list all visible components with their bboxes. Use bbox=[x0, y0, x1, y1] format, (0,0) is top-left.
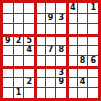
cell-r1c4[interactable] bbox=[35, 3, 45, 13]
cell-r9c8 bbox=[78, 88, 88, 98]
cell-r6c3[interactable] bbox=[24, 56, 34, 66]
cell-r8c7[interactable] bbox=[67, 78, 77, 88]
cell-r7c3[interactable] bbox=[24, 67, 34, 77]
cell-r3c2[interactable] bbox=[14, 24, 24, 34]
cell-r9c6[interactable] bbox=[56, 88, 66, 98]
cell-r5c4[interactable] bbox=[35, 46, 45, 56]
cell-r4c3: 5 bbox=[24, 35, 34, 45]
cell-r4c1: 9 bbox=[3, 35, 13, 45]
cell-r3c4[interactable] bbox=[35, 24, 45, 34]
cell-r7c9[interactable] bbox=[88, 67, 98, 77]
cell-r9c4[interactable] bbox=[35, 88, 45, 98]
cell-r7c6: 3 bbox=[56, 67, 66, 77]
cell-r5c2[interactable] bbox=[14, 46, 24, 56]
cell-r8c3: 2 bbox=[24, 78, 34, 88]
cell-r2c1[interactable] bbox=[3, 14, 13, 24]
cell-r2c5: 9 bbox=[46, 14, 56, 24]
cell-r3c9[interactable] bbox=[88, 24, 98, 34]
cell-r7c1[interactable] bbox=[3, 67, 13, 77]
cell-r1c8[interactable] bbox=[78, 3, 88, 13]
cell-r8c4[interactable] bbox=[35, 78, 45, 88]
cell-r5c8[interactable] bbox=[78, 46, 88, 56]
cell-r2c7[interactable] bbox=[67, 14, 77, 24]
cell-r8c1[interactable] bbox=[3, 78, 13, 88]
cell-r8c8: 4 bbox=[78, 78, 88, 88]
cell-r1c3[interactable] bbox=[24, 3, 34, 13]
cell-r7c5[interactable] bbox=[46, 67, 56, 77]
cell-r9c1[interactable] bbox=[3, 88, 13, 98]
cell-r4c7[interactable] bbox=[67, 35, 77, 45]
cell-r1c6[interactable] bbox=[56, 3, 66, 13]
cell-r6c9: 6 bbox=[88, 56, 98, 66]
cell-r6c4[interactable] bbox=[35, 56, 45, 66]
cell-r1c1[interactable] bbox=[3, 3, 13, 13]
cell-r3c6[interactable] bbox=[56, 24, 66, 34]
cell-r7c8[interactable] bbox=[78, 67, 88, 77]
cell-r5c7[interactable] bbox=[67, 46, 77, 56]
cell-r4c4[interactable] bbox=[35, 35, 45, 45]
cell-r2c4[interactable] bbox=[35, 14, 45, 24]
cell-r9c5[interactable] bbox=[46, 88, 56, 98]
cell-r8c9[interactable] bbox=[88, 78, 98, 88]
cell-r5c1[interactable] bbox=[3, 46, 13, 56]
cell-r1c2[interactable] bbox=[14, 3, 24, 13]
cell-r2c9[interactable] bbox=[88, 14, 98, 24]
cell-r2c8[interactable] bbox=[78, 14, 88, 24]
cell-r5c3: 4 bbox=[24, 46, 34, 56]
cell-r4c6[interactable] bbox=[56, 35, 66, 45]
cell-r5c9[interactable] bbox=[88, 46, 98, 56]
cell-r2c3[interactable] bbox=[24, 14, 34, 24]
cell-r1c7: 4 bbox=[67, 3, 77, 13]
cell-r8c2[interactable] bbox=[14, 78, 24, 88]
cell-r5c5: 7 bbox=[46, 46, 56, 56]
cell-r7c2[interactable] bbox=[14, 67, 24, 77]
cell-r9c9 bbox=[88, 88, 98, 98]
cell-r3c8[interactable] bbox=[78, 24, 88, 34]
cell-r7c4[interactable] bbox=[35, 67, 45, 77]
cell-r4c9[interactable] bbox=[88, 35, 98, 45]
cell-r1c5[interactable] bbox=[46, 3, 56, 13]
cell-r8c6: 9 bbox=[56, 78, 66, 88]
cell-r7c7[interactable] bbox=[67, 67, 77, 77]
cell-r6c6[interactable] bbox=[56, 56, 66, 66]
cell-r4c2: 2 bbox=[14, 35, 24, 45]
cell-r3c7[interactable] bbox=[67, 24, 77, 34]
sudoku-board: 41939254788632941 bbox=[0, 0, 101, 101]
cell-r3c1[interactable] bbox=[3, 24, 13, 34]
cell-r3c3[interactable] bbox=[24, 24, 34, 34]
cell-r8c5[interactable] bbox=[46, 78, 56, 88]
cell-r4c8[interactable] bbox=[78, 35, 88, 45]
cell-r9c3[interactable] bbox=[24, 88, 34, 98]
cell-r9c2: 1 bbox=[14, 88, 24, 98]
cell-r9c7[interactable] bbox=[67, 88, 77, 98]
cell-r1c9: 1 bbox=[88, 3, 98, 13]
cell-r6c8: 8 bbox=[78, 56, 88, 66]
cell-r6c2[interactable] bbox=[14, 56, 24, 66]
cell-r6c7[interactable] bbox=[67, 56, 77, 66]
cell-r6c1[interactable] bbox=[3, 56, 13, 66]
cell-r6c5[interactable] bbox=[46, 56, 56, 66]
cell-r5c6: 8 bbox=[56, 46, 66, 56]
cell-r3c5[interactable] bbox=[46, 24, 56, 34]
cell-r2c2[interactable] bbox=[14, 14, 24, 24]
cell-r2c6: 3 bbox=[56, 14, 66, 24]
cell-r4c5[interactable] bbox=[46, 35, 56, 45]
